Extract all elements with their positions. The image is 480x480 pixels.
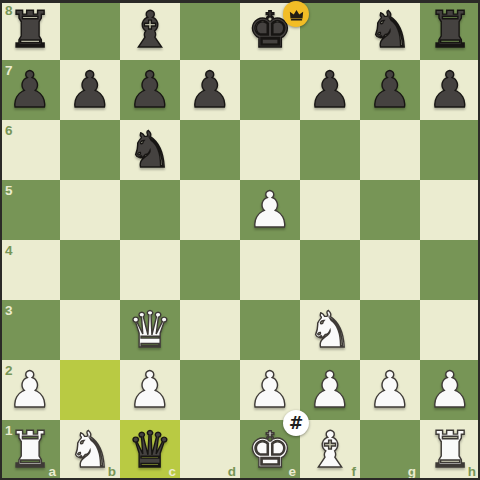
piece-white-pawn-h2[interactable]: ♟ bbox=[428, 360, 473, 420]
piece-white-rook-h1[interactable]: ♜ bbox=[428, 420, 473, 480]
winner-crown-badge bbox=[283, 1, 309, 27]
square-b5[interactable] bbox=[60, 180, 120, 240]
piece-black-pawn-b7[interactable]: ♟ bbox=[68, 60, 113, 120]
file-label-d: d bbox=[228, 465, 236, 479]
square-e4[interactable] bbox=[240, 240, 300, 300]
square-f2[interactable]: ♟ bbox=[300, 360, 360, 420]
square-h6[interactable] bbox=[420, 120, 480, 180]
piece-white-rook-a1[interactable]: ♜ bbox=[8, 420, 53, 480]
crown-icon bbox=[288, 6, 305, 23]
checkmate-symbol: # bbox=[289, 413, 303, 433]
square-f1[interactable]: f♝ bbox=[300, 420, 360, 480]
square-h8[interactable]: ♜ bbox=[420, 0, 480, 60]
square-g7[interactable]: ♟ bbox=[360, 60, 420, 120]
square-g2[interactable]: ♟ bbox=[360, 360, 420, 420]
piece-black-pawn-f7[interactable]: ♟ bbox=[308, 60, 353, 120]
square-a5[interactable]: 5 bbox=[0, 180, 60, 240]
file-label-g: g bbox=[408, 465, 416, 479]
square-e3[interactable] bbox=[240, 300, 300, 360]
square-f4[interactable] bbox=[300, 240, 360, 300]
square-d8[interactable] bbox=[180, 0, 240, 60]
piece-black-pawn-c7[interactable]: ♟ bbox=[128, 60, 173, 120]
square-e7[interactable] bbox=[240, 60, 300, 120]
square-h5[interactable] bbox=[420, 180, 480, 240]
square-d1[interactable]: d bbox=[180, 420, 240, 480]
square-a2[interactable]: 2♟ bbox=[0, 360, 60, 420]
piece-black-knight-g8[interactable]: ♞ bbox=[368, 0, 413, 60]
square-f7[interactable]: ♟ bbox=[300, 60, 360, 120]
square-a8[interactable]: 8♜ bbox=[0, 0, 60, 60]
piece-black-pawn-h7[interactable]: ♟ bbox=[428, 60, 473, 120]
square-c8[interactable]: ♝ bbox=[120, 0, 180, 60]
piece-white-pawn-e5[interactable]: ♟ bbox=[248, 180, 293, 240]
square-a4[interactable]: 4 bbox=[0, 240, 60, 300]
square-h2[interactable]: ♟ bbox=[420, 360, 480, 420]
square-c2[interactable]: ♟ bbox=[120, 360, 180, 420]
piece-black-rook-h8[interactable]: ♜ bbox=[428, 0, 473, 60]
checkmate-badge: # bbox=[283, 410, 309, 436]
square-e5[interactable]: ♟ bbox=[240, 180, 300, 240]
square-g6[interactable] bbox=[360, 120, 420, 180]
square-b3[interactable] bbox=[60, 300, 120, 360]
square-d3[interactable] bbox=[180, 300, 240, 360]
square-g5[interactable] bbox=[360, 180, 420, 240]
square-h4[interactable] bbox=[420, 240, 480, 300]
square-a3[interactable]: 3 bbox=[0, 300, 60, 360]
square-a7[interactable]: 7♟ bbox=[0, 60, 60, 120]
square-d5[interactable] bbox=[180, 180, 240, 240]
square-g8[interactable]: ♞ bbox=[360, 0, 420, 60]
square-b6[interactable] bbox=[60, 120, 120, 180]
rank-label-5: 5 bbox=[5, 184, 13, 198]
piece-white-knight-f3[interactable]: ♞ bbox=[308, 300, 353, 360]
rank-label-3: 3 bbox=[5, 304, 13, 318]
square-c5[interactable] bbox=[120, 180, 180, 240]
square-c3[interactable]: ♛ bbox=[120, 300, 180, 360]
piece-white-pawn-c2[interactable]: ♟ bbox=[128, 360, 173, 420]
square-h1[interactable]: h♜ bbox=[420, 420, 480, 480]
rank-label-4: 4 bbox=[5, 244, 13, 258]
square-a1[interactable]: 1a♜ bbox=[0, 420, 60, 480]
square-d6[interactable] bbox=[180, 120, 240, 180]
piece-white-queen-c3[interactable]: ♛ bbox=[128, 300, 173, 360]
square-b4[interactable] bbox=[60, 240, 120, 300]
square-d4[interactable] bbox=[180, 240, 240, 300]
square-a6[interactable]: 6 bbox=[0, 120, 60, 180]
chess-board: # 8♜♝♚♞♜7♟♟♟♟♟♟♟6♞5♟43♛♞2♟♟♟♟♟♟1a♜b♞c♛de… bbox=[0, 0, 480, 480]
piece-black-pawn-d7[interactable]: ♟ bbox=[188, 60, 233, 120]
piece-black-rook-a8[interactable]: ♜ bbox=[8, 0, 53, 60]
square-f6[interactable] bbox=[300, 120, 360, 180]
square-g4[interactable] bbox=[360, 240, 420, 300]
square-g1[interactable]: g bbox=[360, 420, 420, 480]
square-d2[interactable] bbox=[180, 360, 240, 420]
piece-black-knight-c6[interactable]: ♞ bbox=[128, 120, 173, 180]
square-f8[interactable] bbox=[300, 0, 360, 60]
square-b8[interactable] bbox=[60, 0, 120, 60]
square-c7[interactable]: ♟ bbox=[120, 60, 180, 120]
square-h7[interactable]: ♟ bbox=[420, 60, 480, 120]
square-f3[interactable]: ♞ bbox=[300, 300, 360, 360]
piece-white-knight-b1[interactable]: ♞ bbox=[68, 420, 113, 480]
square-b1[interactable]: b♞ bbox=[60, 420, 120, 480]
piece-black-pawn-g7[interactable]: ♟ bbox=[368, 60, 413, 120]
square-c1[interactable]: c♛ bbox=[120, 420, 180, 480]
square-h3[interactable] bbox=[420, 300, 480, 360]
square-e6[interactable] bbox=[240, 120, 300, 180]
piece-white-pawn-f2[interactable]: ♟ bbox=[308, 360, 353, 420]
square-g3[interactable] bbox=[360, 300, 420, 360]
square-b7[interactable]: ♟ bbox=[60, 60, 120, 120]
piece-white-pawn-a2[interactable]: ♟ bbox=[8, 360, 53, 420]
piece-white-pawn-g2[interactable]: ♟ bbox=[368, 360, 413, 420]
piece-white-pawn-e2[interactable]: ♟ bbox=[248, 360, 293, 420]
square-f5[interactable] bbox=[300, 180, 360, 240]
piece-black-pawn-a7[interactable]: ♟ bbox=[8, 60, 53, 120]
rank-label-6: 6 bbox=[5, 124, 13, 138]
piece-black-bishop-c8[interactable]: ♝ bbox=[128, 0, 173, 60]
piece-black-queen-c1[interactable]: ♛ bbox=[128, 420, 173, 480]
square-b2[interactable] bbox=[60, 360, 120, 420]
square-c6[interactable]: ♞ bbox=[120, 120, 180, 180]
piece-white-bishop-f1[interactable]: ♝ bbox=[308, 420, 353, 480]
square-d7[interactable]: ♟ bbox=[180, 60, 240, 120]
square-c4[interactable] bbox=[120, 240, 180, 300]
